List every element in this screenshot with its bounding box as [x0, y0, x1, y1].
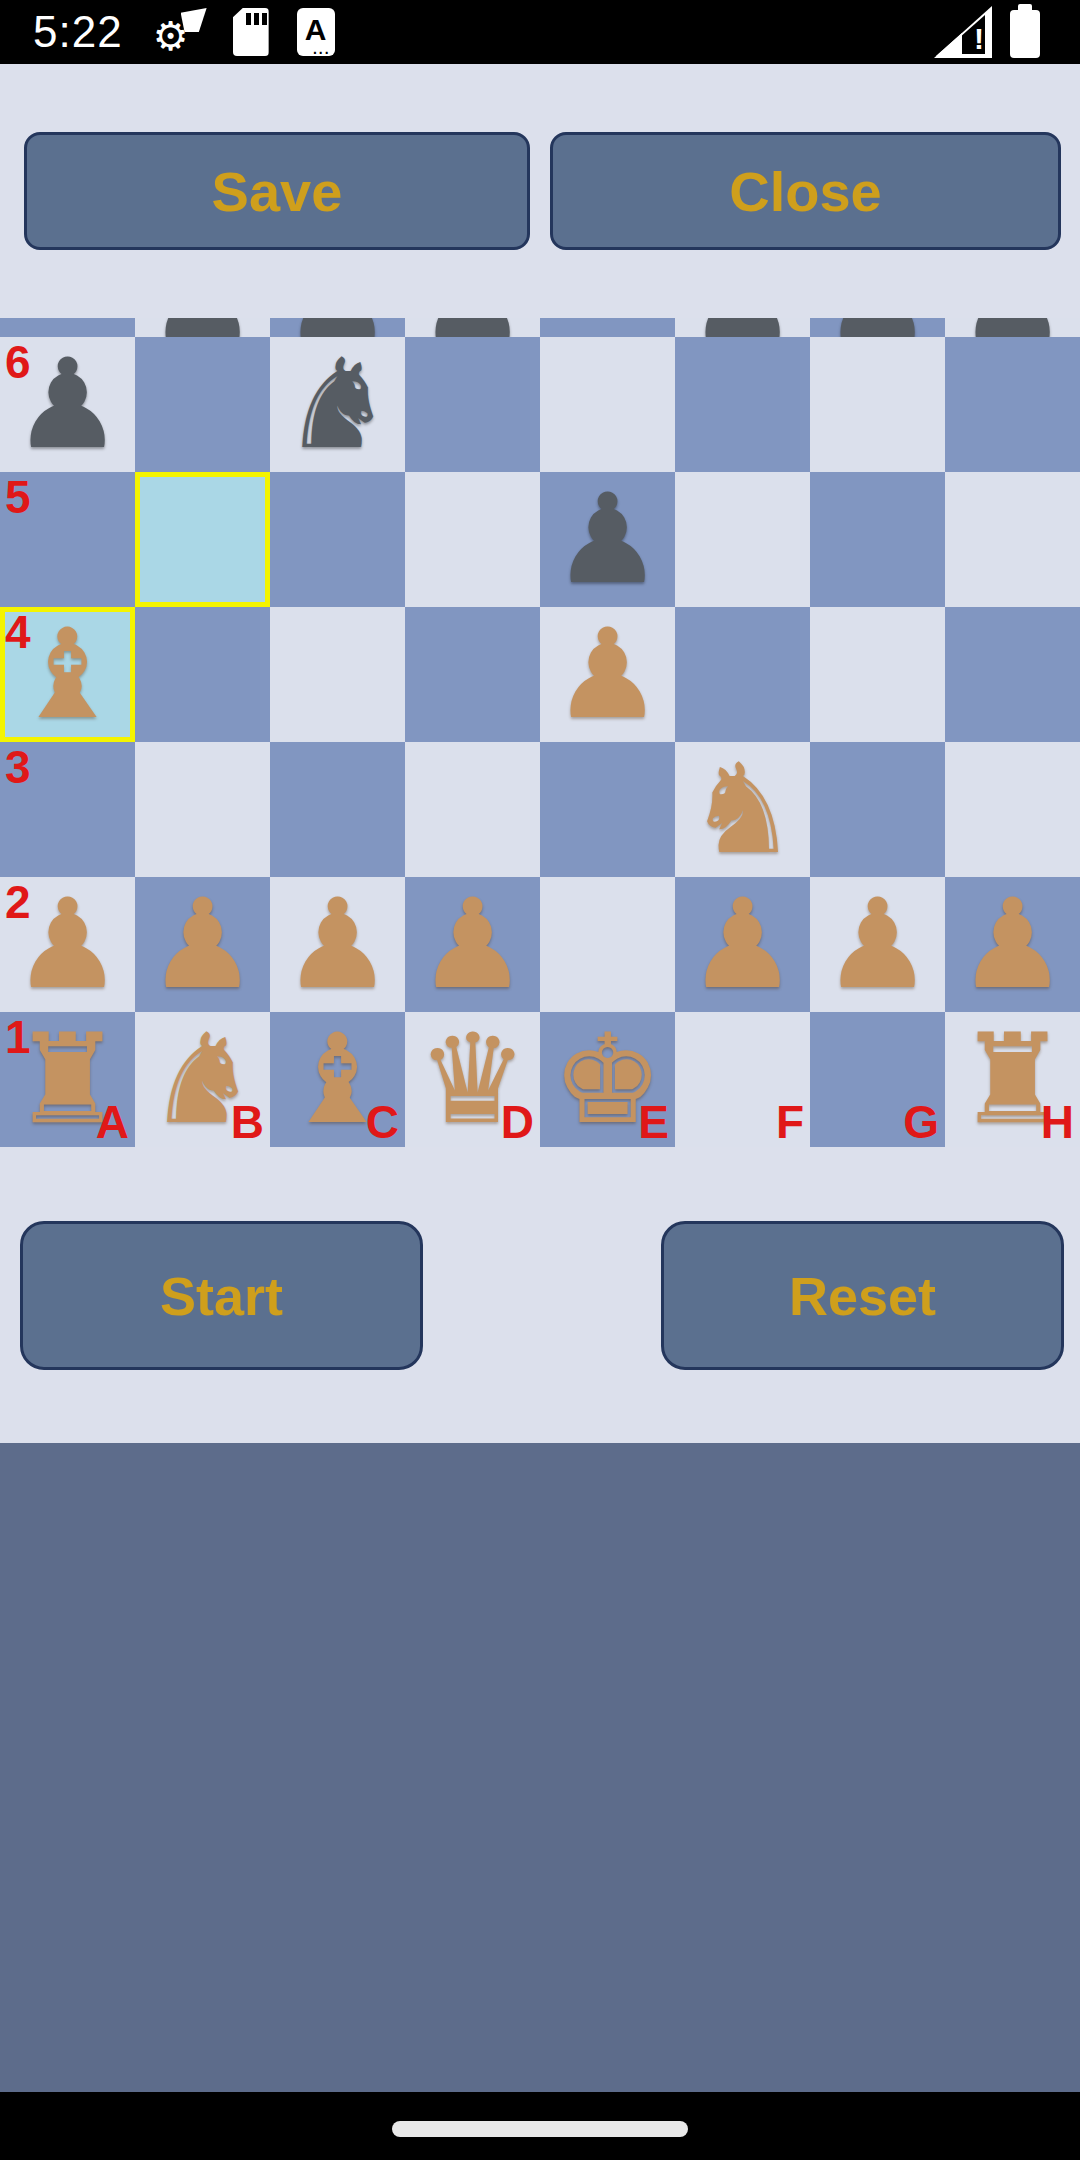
file-label-h: H — [1041, 1097, 1074, 1147]
square-c6[interactable]: ♞ — [270, 337, 405, 472]
square-b2[interactable]: ♟ — [135, 877, 270, 1012]
square-h2[interactable]: ♟ — [945, 877, 1080, 1012]
setup-gear-icon: ⚙ — [153, 6, 205, 58]
square-d7[interactable]: ♟ — [405, 318, 540, 337]
square-f2[interactable]: ♟ — [675, 877, 810, 1012]
square-b3[interactable] — [135, 742, 270, 877]
square-c2[interactable]: ♟ — [270, 877, 405, 1012]
square-c5[interactable] — [270, 472, 405, 607]
square-g2[interactable]: ♟ — [810, 877, 945, 1012]
status-bar: 5:22 ⚙ A ... ! — [0, 0, 1080, 64]
square-d6[interactable] — [405, 337, 540, 472]
square-e5[interactable]: ♟ — [540, 472, 675, 607]
square-c3[interactable] — [270, 742, 405, 877]
no-signal-icon: ! — [934, 6, 992, 58]
square-b7[interactable]: ♟ — [135, 318, 270, 337]
square-e1[interactable]: E♚ — [540, 1012, 675, 1147]
white-knight[interactable]: ♞ — [687, 742, 798, 877]
white-pawn[interactable]: ♟ — [417, 877, 528, 1012]
square-f1[interactable]: F — [675, 1012, 810, 1147]
square-e2[interactable] — [540, 877, 675, 1012]
rank-label-4: 4 — [5, 607, 31, 657]
gesture-pill[interactable] — [392, 2121, 688, 2137]
square-h3[interactable] — [945, 742, 1080, 877]
square-d5[interactable] — [405, 472, 540, 607]
square-g6[interactable] — [810, 337, 945, 472]
square-g5[interactable] — [810, 472, 945, 607]
white-pawn[interactable]: ♟ — [957, 877, 1068, 1012]
square-a1[interactable]: 1A♜ — [0, 1012, 135, 1147]
rank-label-6: 6 — [5, 337, 31, 387]
file-label-e: E — [638, 1097, 669, 1147]
square-a2[interactable]: 2♟ — [0, 877, 135, 1012]
square-f3[interactable]: ♞ — [675, 742, 810, 877]
square-e6[interactable] — [540, 337, 675, 472]
white-pawn[interactable]: ♟ — [552, 607, 663, 742]
white-pawn[interactable]: ♟ — [822, 877, 933, 1012]
square-h5[interactable] — [945, 472, 1080, 607]
square-f4[interactable] — [675, 607, 810, 742]
save-button[interactable]: Save — [24, 132, 530, 250]
chess-board: ♜♝♛♚♝♞♜♟♟♟♟♟♟6♟♞5♟4♝♟3♞2♟♟♟♟♟♟♟1A♜B♞C♝D♛… — [0, 318, 1080, 1147]
file-label-g: G — [903, 1097, 939, 1147]
square-e4[interactable]: ♟ — [540, 607, 675, 742]
white-pawn[interactable]: ♟ — [147, 877, 258, 1012]
rank-label-1: 1 — [5, 1012, 31, 1062]
sd-card-icon — [233, 8, 269, 56]
white-pawn[interactable]: ♟ — [687, 877, 798, 1012]
file-label-c: C — [366, 1097, 399, 1147]
rank-label-2: 2 — [5, 877, 31, 927]
square-e7[interactable] — [540, 318, 675, 337]
clock-time: 5:22 — [33, 7, 123, 57]
square-c4[interactable] — [270, 607, 405, 742]
reset-button[interactable]: Reset — [661, 1221, 1064, 1370]
square-f5[interactable] — [675, 472, 810, 607]
square-d1[interactable]: D♛ — [405, 1012, 540, 1147]
rank-label-5: 5 — [5, 472, 31, 522]
black-knight[interactable]: ♞ — [282, 337, 393, 472]
square-d2[interactable]: ♟ — [405, 877, 540, 1012]
square-g1[interactable]: G — [810, 1012, 945, 1147]
square-d3[interactable] — [405, 742, 540, 877]
square-b1[interactable]: B♞ — [135, 1012, 270, 1147]
file-label-f: F — [776, 1097, 804, 1147]
square-g7[interactable]: ♟ — [810, 318, 945, 337]
white-pawn[interactable]: ♟ — [282, 877, 393, 1012]
square-h7[interactable]: ♟ — [945, 318, 1080, 337]
square-f7[interactable]: ♟ — [675, 318, 810, 337]
square-b4[interactable] — [135, 607, 270, 742]
board-grid: ♜♝♛♚♝♞♜♟♟♟♟♟♟6♟♞5♟4♝♟3♞2♟♟♟♟♟♟♟1A♜B♞C♝D♛… — [0, 318, 1080, 1147]
square-g3[interactable] — [810, 742, 945, 877]
battery-icon — [1010, 10, 1040, 58]
square-g4[interactable] — [810, 607, 945, 742]
file-label-d: D — [501, 1097, 534, 1147]
square-d4[interactable] — [405, 607, 540, 742]
navigation-bar — [0, 2092, 1080, 2160]
start-button[interactable]: Start — [20, 1221, 423, 1370]
square-b6[interactable] — [135, 337, 270, 472]
square-a6[interactable]: 6♟ — [0, 337, 135, 472]
square-f6[interactable] — [675, 337, 810, 472]
square-b5[interactable] — [135, 472, 270, 607]
square-h6[interactable] — [945, 337, 1080, 472]
square-h1[interactable]: H♜ — [945, 1012, 1080, 1147]
file-label-a: A — [96, 1097, 129, 1147]
keyboard-language-icon: A ... — [297, 8, 335, 56]
square-a4[interactable]: 4♝ — [0, 607, 135, 742]
square-a3[interactable]: 3 — [0, 742, 135, 877]
white-knight[interactable]: ♞ — [147, 1012, 258, 1147]
close-button[interactable]: Close — [550, 132, 1061, 250]
square-a5[interactable]: 5 — [0, 472, 135, 607]
black-pawn[interactable]: ♟ — [552, 472, 663, 607]
bottom-panel — [0, 1443, 1080, 2092]
square-c1[interactable]: C♝ — [270, 1012, 405, 1147]
square-h4[interactable] — [945, 607, 1080, 742]
rank-label-3: 3 — [5, 742, 31, 792]
square-e3[interactable] — [540, 742, 675, 877]
